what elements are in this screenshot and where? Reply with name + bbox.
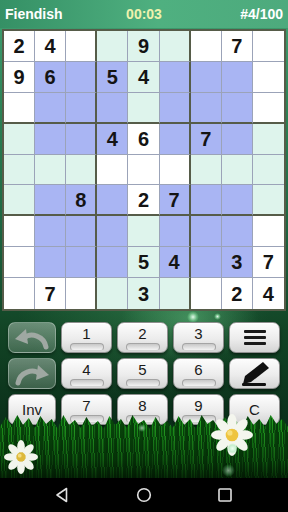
cell-r6c7[interactable] <box>191 185 222 216</box>
cell-r9c2[interactable]: 7 <box>35 278 66 309</box>
cell-r2c3[interactable] <box>66 62 97 93</box>
cell-r1c6[interactable] <box>160 31 191 62</box>
cell-r7c4[interactable] <box>97 216 128 247</box>
digit-label: 2 <box>138 326 146 341</box>
cell-r3c9[interactable] <box>253 93 284 124</box>
cell-r8c1[interactable] <box>4 247 35 278</box>
digit-label: 7 <box>82 398 90 413</box>
cell-r4c6[interactable] <box>160 124 191 155</box>
cell-r3c7[interactable] <box>191 93 222 124</box>
cell-r9c8[interactable]: 2 <box>222 278 253 309</box>
cell-r5c5[interactable] <box>128 155 159 186</box>
recents-square-icon <box>217 487 233 503</box>
cell-r6c3[interactable]: 8 <box>66 185 97 216</box>
cell-r8c7[interactable] <box>191 247 222 278</box>
undo-arrow-icon <box>12 325 52 351</box>
cell-r8c5[interactable]: 5 <box>128 247 159 278</box>
cell-r5c3[interactable] <box>66 155 97 186</box>
back-triangle-icon <box>55 487 71 503</box>
hamburger-menu-icon <box>244 330 266 345</box>
cell-r8c6[interactable]: 4 <box>160 247 191 278</box>
cell-r7c6[interactable] <box>160 216 191 247</box>
cell-r7c7[interactable] <box>191 216 222 247</box>
pencil-icon <box>235 361 275 387</box>
back-button[interactable] <box>55 487 71 503</box>
control-panel: Inv C 123456789 <box>8 322 280 425</box>
daisy-flower-left <box>4 440 38 474</box>
digit-label: 5 <box>138 362 146 377</box>
digit-count-slot <box>70 343 104 351</box>
cell-r1c2[interactable]: 4 <box>35 31 66 62</box>
cell-r9c4[interactable] <box>97 278 128 309</box>
cell-r5c4[interactable] <box>97 155 128 186</box>
cell-r6c4[interactable] <box>97 185 128 216</box>
cell-r2c5[interactable]: 4 <box>128 62 159 93</box>
cell-r9c1[interactable] <box>4 278 35 309</box>
cell-r4c7[interactable]: 7 <box>191 124 222 155</box>
daisy-flower-right <box>211 414 253 456</box>
recents-button[interactable] <box>217 487 233 503</box>
cell-r3c2[interactable] <box>35 93 66 124</box>
android-navbar <box>0 478 288 512</box>
digit-label: 6 <box>194 362 202 377</box>
cell-r2c4[interactable]: 5 <box>97 62 128 93</box>
digit-8-button[interactable]: 8 <box>117 394 168 425</box>
digit-label: 9 <box>194 398 202 413</box>
cell-r2c8[interactable] <box>222 62 253 93</box>
digit-count-slot <box>126 379 160 387</box>
topbar: Fiendish 00:03 #4/100 <box>0 0 288 28</box>
cell-r8c4[interactable] <box>97 247 128 278</box>
cell-r7c8[interactable] <box>222 216 253 247</box>
sudoku-board: 2497965446782754377324 <box>2 29 286 311</box>
cell-r6c1[interactable] <box>4 185 35 216</box>
cell-r7c9[interactable] <box>253 216 284 247</box>
cell-r1c8[interactable]: 7 <box>222 31 253 62</box>
cell-r3c4[interactable] <box>97 93 128 124</box>
cell-r9c7[interactable] <box>191 278 222 309</box>
cell-r5c2[interactable] <box>35 155 66 186</box>
cell-r7c2[interactable] <box>35 216 66 247</box>
digit-1-button[interactable]: 1 <box>61 322 112 353</box>
menu-button[interactable] <box>229 322 280 353</box>
cell-r2c6[interactable] <box>160 62 191 93</box>
cell-r1c4[interactable] <box>97 31 128 62</box>
undo-button[interactable] <box>8 322 56 353</box>
cell-r8c8[interactable]: 3 <box>222 247 253 278</box>
cell-r1c7[interactable] <box>191 31 222 62</box>
cell-r2c9[interactable] <box>253 62 284 93</box>
digit-label: 8 <box>138 398 146 413</box>
cell-r8c3[interactable] <box>66 247 97 278</box>
home-circle-icon <box>136 487 152 503</box>
digit-2-button[interactable]: 2 <box>117 322 168 353</box>
cell-r2c2[interactable]: 6 <box>35 62 66 93</box>
redo-button[interactable] <box>8 358 56 389</box>
digit-5-button[interactable]: 5 <box>117 358 168 389</box>
cell-r1c3[interactable] <box>66 31 97 62</box>
digit-count-slot <box>70 379 104 387</box>
cell-r7c5[interactable] <box>128 216 159 247</box>
sudoku-app-screen: Fiendish 00:03 #4/100 249796544678275437… <box>0 0 288 512</box>
cell-r4c3[interactable] <box>66 124 97 155</box>
cell-r3c3[interactable] <box>66 93 97 124</box>
cell-r5c1[interactable] <box>4 155 35 186</box>
digit-3-button[interactable]: 3 <box>173 322 224 353</box>
timer: 00:03 <box>98 6 191 22</box>
digit-count-slot <box>126 343 160 351</box>
digit-count-slot <box>182 379 216 387</box>
digit-4-button[interactable]: 4 <box>61 358 112 389</box>
cell-r9c5[interactable]: 3 <box>128 278 159 309</box>
cell-r9c9[interactable]: 4 <box>253 278 284 309</box>
cell-r4c5[interactable]: 6 <box>128 124 159 155</box>
cell-r2c7[interactable] <box>191 62 222 93</box>
cell-r4c8[interactable] <box>222 124 253 155</box>
redo-arrow-icon <box>12 361 52 387</box>
digit-count-slot <box>182 343 216 351</box>
cell-r6c2[interactable] <box>35 185 66 216</box>
digit-label: 1 <box>82 326 90 341</box>
digit-label: 4 <box>82 362 90 377</box>
invert-label: Inv <box>22 401 42 418</box>
cell-r9c6[interactable] <box>160 278 191 309</box>
cell-r3c5[interactable] <box>128 93 159 124</box>
cell-r1c1[interactable]: 2 <box>4 31 35 62</box>
cell-r1c5[interactable]: 9 <box>128 31 159 62</box>
puzzle-counter: #4/100 <box>190 6 283 22</box>
cell-r1c9[interactable] <box>253 31 284 62</box>
cell-r7c1[interactable] <box>4 216 35 247</box>
home-button[interactable] <box>136 487 152 503</box>
cell-r7c3[interactable] <box>66 216 97 247</box>
pencil-button[interactable] <box>229 358 280 389</box>
digit-6-button[interactable]: 6 <box>173 358 224 389</box>
cell-r5c9[interactable] <box>253 155 284 186</box>
cell-r6c5[interactable]: 2 <box>128 185 159 216</box>
cell-r8c9[interactable]: 7 <box>253 247 284 278</box>
cell-r3c6[interactable] <box>160 93 191 124</box>
difficulty-label: Fiendish <box>5 6 98 22</box>
cell-r4c4[interactable]: 4 <box>97 124 128 155</box>
cell-r6c6[interactable]: 7 <box>160 185 191 216</box>
cell-r3c1[interactable] <box>4 93 35 124</box>
cell-r3c8[interactable] <box>222 93 253 124</box>
cell-r5c8[interactable] <box>222 155 253 186</box>
cell-r4c1[interactable] <box>4 124 35 155</box>
digit-label: 3 <box>194 326 202 341</box>
cell-r6c8[interactable] <box>222 185 253 216</box>
cell-r5c6[interactable] <box>160 155 191 186</box>
cell-r9c3[interactable] <box>66 278 97 309</box>
cell-r5c7[interactable] <box>191 155 222 186</box>
cell-r2c1[interactable]: 9 <box>4 62 35 93</box>
cell-r4c9[interactable] <box>253 124 284 155</box>
cell-r6c9[interactable] <box>253 185 284 216</box>
cell-r4c2[interactable] <box>35 124 66 155</box>
cell-r8c2[interactable] <box>35 247 66 278</box>
